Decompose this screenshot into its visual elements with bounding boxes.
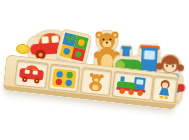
board-slot-bear [80,67,113,96]
doll-slot-image-icon [155,78,175,100]
block-slot-image-icon [51,67,77,89]
board-slot-doll [151,75,178,104]
bear-slot-image-icon [84,71,108,92]
product-photo-toy-puzzle [0,0,189,140]
train-slot-image-icon [115,74,151,98]
car-slot-image-icon [18,64,46,85]
board-slot-block [48,63,81,92]
board-slot-train [112,71,155,101]
board-slot-car [14,59,49,88]
